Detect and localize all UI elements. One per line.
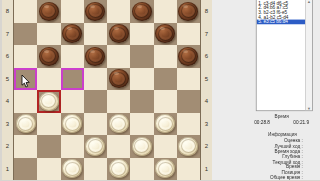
square-h3[interactable] bbox=[177, 113, 200, 136]
square-d8[interactable] bbox=[84, 0, 107, 23]
square-c5[interactable] bbox=[61, 68, 84, 91]
checkers-board[interactable] bbox=[13, 0, 201, 180]
square-c7[interactable] bbox=[61, 23, 84, 46]
square-a6[interactable] bbox=[14, 45, 37, 68]
square-b6[interactable] bbox=[37, 45, 60, 68]
rank-label-3: 3 bbox=[201, 113, 212, 136]
square-b7[interactable] bbox=[37, 23, 60, 46]
rank-label-1: 1 bbox=[2, 158, 13, 181]
square-f7[interactable] bbox=[130, 23, 153, 46]
white-man-a3[interactable] bbox=[16, 114, 36, 133]
white-man-d2[interactable] bbox=[85, 137, 105, 156]
square-c4[interactable] bbox=[61, 90, 84, 113]
square-e5[interactable] bbox=[107, 68, 130, 91]
square-e6[interactable] bbox=[107, 45, 130, 68]
square-d1[interactable] bbox=[84, 158, 107, 181]
black-man-e5[interactable] bbox=[109, 69, 129, 88]
rank-label-6: 6 bbox=[2, 45, 13, 68]
rank-label-8: 8 bbox=[2, 0, 13, 23]
black-man-d6[interactable] bbox=[85, 47, 105, 66]
square-c6[interactable] bbox=[61, 45, 84, 68]
rank-label-4: 4 bbox=[201, 90, 212, 113]
square-g3[interactable] bbox=[154, 113, 177, 136]
square-h4[interactable] bbox=[177, 90, 200, 113]
square-a7[interactable] bbox=[14, 23, 37, 46]
square-h7[interactable] bbox=[177, 23, 200, 46]
square-c8[interactable] bbox=[61, 0, 84, 23]
white-clock: 00:28.8 bbox=[254, 121, 270, 126]
white-man-g3[interactable] bbox=[155, 114, 175, 133]
info-rows: Оценка :Лучший ход :Время хода :Глубина … bbox=[212, 139, 303, 180]
square-a5[interactable] bbox=[14, 68, 37, 91]
square-e2[interactable] bbox=[107, 135, 130, 158]
square-h1[interactable] bbox=[177, 158, 200, 181]
move-list[interactable]: 1. c3-d4 d6-c52. d4:b6 a7:c53. b2-c3 f6-… bbox=[256, 0, 313, 111]
clocks: 00:28.8 00:21.9 bbox=[254, 121, 309, 126]
info-section-title: Информация bbox=[243, 132, 320, 137]
black-man-e7[interactable] bbox=[109, 24, 129, 43]
square-g8[interactable] bbox=[154, 0, 177, 23]
square-e1[interactable] bbox=[107, 158, 130, 181]
checkers-app-window: 87654321 87654321 1. c3-d4 d6-c52. d4:b6… bbox=[0, 0, 320, 180]
black-man-b6[interactable] bbox=[39, 47, 59, 66]
square-d2[interactable] bbox=[84, 135, 107, 158]
black-man-c7[interactable] bbox=[62, 24, 82, 43]
rank-label-6: 6 bbox=[201, 45, 212, 68]
white-man-c1[interactable] bbox=[62, 159, 82, 178]
black-man-h8[interactable] bbox=[178, 2, 198, 21]
square-e4[interactable] bbox=[107, 90, 130, 113]
square-g4[interactable] bbox=[154, 90, 177, 113]
square-b4[interactable] bbox=[37, 90, 60, 113]
scroll-down-icon[interactable]: ▼ bbox=[306, 106, 312, 111]
square-f4[interactable] bbox=[130, 90, 153, 113]
square-d4[interactable] bbox=[84, 90, 107, 113]
square-d5[interactable] bbox=[84, 68, 107, 91]
square-a4[interactable] bbox=[14, 90, 37, 113]
black-man-g7[interactable] bbox=[155, 24, 175, 43]
square-b3[interactable] bbox=[37, 113, 60, 136]
square-g2[interactable] bbox=[154, 135, 177, 158]
square-c3[interactable] bbox=[61, 113, 84, 136]
rank-label-5: 5 bbox=[2, 68, 13, 91]
square-f8[interactable] bbox=[130, 0, 153, 23]
rank-labels-right: 87654321 bbox=[201, 0, 212, 180]
square-a8[interactable] bbox=[14, 0, 37, 23]
square-a3[interactable] bbox=[14, 113, 37, 136]
black-man-d8[interactable] bbox=[85, 2, 105, 21]
square-g6[interactable] bbox=[154, 45, 177, 68]
white-man-c3[interactable] bbox=[62, 114, 82, 133]
move-row-5[interactable]: 5. e3:c5 b6:d4 bbox=[257, 20, 306, 25]
square-h5[interactable] bbox=[177, 68, 200, 91]
black-clock: 00:21.9 bbox=[293, 121, 309, 126]
black-man-h6[interactable] bbox=[178, 47, 198, 66]
square-g1[interactable] bbox=[154, 158, 177, 181]
square-e7[interactable] bbox=[107, 23, 130, 46]
square-c1[interactable] bbox=[61, 158, 84, 181]
black-man-b8[interactable] bbox=[39, 2, 59, 21]
info-row-8: Общее время : bbox=[212, 175, 303, 180]
square-f6[interactable] bbox=[130, 45, 153, 68]
white-man-b4[interactable] bbox=[39, 92, 59, 111]
square-g5[interactable] bbox=[154, 68, 177, 91]
rank-label-3: 3 bbox=[2, 113, 13, 136]
white-man-e3[interactable] bbox=[109, 114, 129, 133]
rank-label-8: 8 bbox=[201, 0, 212, 23]
white-man-f2[interactable] bbox=[132, 137, 152, 156]
movelist-scrollbar[interactable]: ▲ ▼ bbox=[305, 0, 312, 110]
square-f2[interactable] bbox=[130, 135, 153, 158]
square-h8[interactable] bbox=[177, 0, 200, 23]
white-man-e1[interactable] bbox=[109, 159, 129, 178]
square-e3[interactable] bbox=[107, 113, 130, 136]
square-b1[interactable] bbox=[37, 158, 60, 181]
black-man-f8[interactable] bbox=[132, 2, 152, 21]
clock-section-title: Время bbox=[254, 114, 309, 119]
right-panel: 1. c3-d4 d6-c52. d4:b6 a7:c53. b2-c3 f6-… bbox=[212, 0, 320, 180]
rank-label-2: 2 bbox=[2, 135, 13, 158]
move-list-rows: 1. c3-d4 d6-c52. d4:b6 a7:c53. b2-c3 f6-… bbox=[257, 1, 306, 25]
scroll-up-icon[interactable]: ▲ bbox=[306, 0, 312, 4]
square-b8[interactable] bbox=[37, 0, 60, 23]
square-f3[interactable] bbox=[130, 113, 153, 136]
square-d6[interactable] bbox=[84, 45, 107, 68]
square-d3[interactable] bbox=[84, 113, 107, 136]
square-c2[interactable] bbox=[61, 135, 84, 158]
square-h6[interactable] bbox=[177, 45, 200, 68]
square-b2[interactable] bbox=[37, 135, 60, 158]
square-h2[interactable] bbox=[177, 135, 200, 158]
square-f5[interactable] bbox=[130, 68, 153, 91]
rank-label-5: 5 bbox=[201, 68, 212, 91]
square-d7[interactable] bbox=[84, 23, 107, 46]
rank-label-7: 7 bbox=[201, 23, 212, 46]
square-a2[interactable] bbox=[14, 135, 37, 158]
square-a1[interactable] bbox=[14, 158, 37, 181]
rank-label-4: 4 bbox=[2, 90, 13, 113]
rank-labels-left: 87654321 bbox=[2, 0, 13, 180]
rank-label-2: 2 bbox=[201, 135, 212, 158]
square-b5[interactable] bbox=[37, 68, 60, 91]
square-f1[interactable] bbox=[130, 158, 153, 181]
square-g7[interactable] bbox=[154, 23, 177, 46]
rank-label-1: 1 bbox=[201, 158, 212, 181]
white-man-g1[interactable] bbox=[155, 159, 175, 178]
white-man-h2[interactable] bbox=[178, 137, 198, 156]
square-e8[interactable] bbox=[107, 0, 130, 23]
rank-label-7: 7 bbox=[2, 23, 13, 46]
